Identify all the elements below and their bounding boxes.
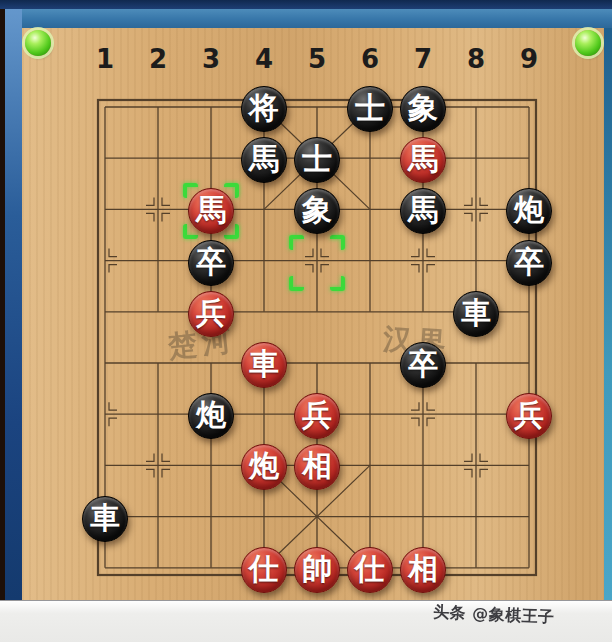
board-piece[interactable]: 相 [400, 547, 446, 593]
board-piece[interactable]: 士 [294, 137, 340, 183]
board-piece[interactable]: 卒 [400, 342, 446, 388]
board-piece[interactable]: 仕 [241, 547, 287, 593]
board-piece[interactable]: 炮 [188, 393, 234, 439]
board-piece[interactable]: 将 [241, 86, 287, 132]
board-piece[interactable]: 馬 [241, 137, 287, 183]
last-move-marker [289, 235, 345, 291]
xiangqi-app-window: 123456789 楚河 汉界 将士象馬士馬馬象馬炮卒卒兵車車卒炮兵兵炮相車仕帥… [0, 0, 612, 642]
board-piece[interactable]: 車 [453, 291, 499, 337]
board-piece[interactable]: 仕 [347, 547, 393, 593]
board-piece[interactable]: 車 [82, 496, 128, 542]
board-piece[interactable]: 馬 [400, 137, 446, 183]
board-piece[interactable]: 帥 [294, 547, 340, 593]
board-piece[interactable]: 士 [347, 86, 393, 132]
board-piece[interactable]: 兵 [506, 393, 552, 439]
board-piece[interactable]: 兵 [188, 291, 234, 337]
board-piece[interactable]: 卒 [188, 240, 234, 286]
board-piece[interactable]: 兵 [294, 393, 340, 439]
board-piece[interactable]: 象 [400, 86, 446, 132]
board-piece[interactable]: 車 [241, 342, 287, 388]
board-piece[interactable]: 卒 [506, 240, 552, 286]
